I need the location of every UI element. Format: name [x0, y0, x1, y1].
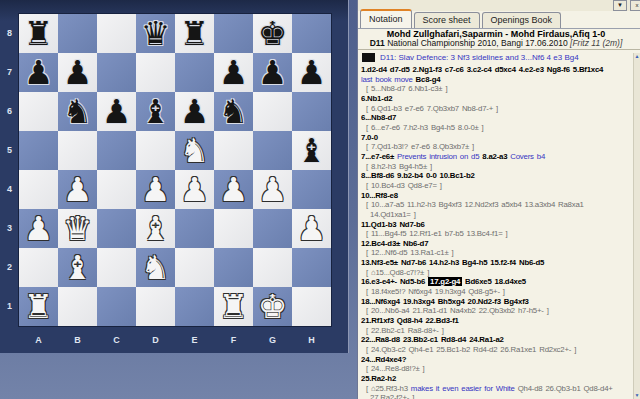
board-panel: ♜♛♜♚♟♟♟♟♟♞♟♝♟♞♞♝♟♟♟♟♟♟♛♝♟♝♞♜♜♚ 87654321 … [0, 0, 357, 399]
square-f2[interactable] [214, 248, 253, 287]
scroll-down-icon[interactable]: ▼ [634, 392, 640, 399]
file-label-e: E [175, 330, 214, 350]
square-c6[interactable]: ♟ [97, 92, 136, 131]
move-text[interactable]: 7.0-0 [361, 133, 378, 142]
move-line[interactable]: 11.Qd1-b3 Nd7-b6 [361, 220, 633, 230]
square-f1[interactable]: ♜ [214, 287, 253, 326]
variation-text[interactable]: [ 24.Qb3-c2 Qh4-e1 25.Bc1-b2 Rd4-d2 26.R… [366, 345, 576, 354]
variation-line[interactable]: [ 7.Qd1-b3!? e7-e6 8.Qb3xb7± ] [361, 142, 633, 152]
square-a4[interactable] [19, 170, 58, 209]
square-d6[interactable]: ♝ [136, 92, 175, 131]
panel-dropdown-button[interactable]: ▼ [613, 0, 627, 11]
rank-label-1: 1 [0, 287, 19, 326]
move-text[interactable]: 11.Qd1-b3 Nd7-b6 [361, 220, 425, 229]
square-d3[interactable]: ♝ [136, 209, 175, 248]
rank-label-8: 8 [0, 14, 19, 53]
variation-line[interactable]: [ 12...Nf6-d5 13.Ra1-c1± ] [361, 248, 633, 258]
square-c4[interactable] [97, 170, 136, 209]
move-line[interactable]: 6.Nb1-d2 [361, 94, 633, 104]
piece-black-bishop[interactable]: ♝ [136, 92, 175, 131]
square-e5[interactable]: ♞ [175, 131, 214, 170]
piece-black-queen[interactable]: ♛ [136, 14, 175, 53]
square-g3[interactable] [253, 209, 292, 248]
piece-black-pawn[interactable]: ♟ [292, 53, 331, 92]
square-b1[interactable] [58, 287, 97, 326]
square-a3[interactable]: ♟ [19, 209, 58, 248]
variation-line[interactable]: [ 22.Bb2-c1 Ra8-d8+- ] [361, 326, 633, 336]
square-d5[interactable] [136, 131, 175, 170]
piece-white-king[interactable]: ♚ [253, 287, 292, 326]
piece-white-pawn[interactable]: ♟ [136, 170, 175, 209]
square-e6[interactable]: ♟ [175, 92, 214, 131]
opening-row: D11: Slav Defence: 3 Nf3 sidelines and 3… [362, 52, 632, 63]
piece-black-bishop[interactable]: ♝ [292, 131, 331, 170]
variation-line[interactable]: [ 18.f4xe5!? Nf6xg4 19.h3xg4 Qd8-g5+- ] [361, 287, 633, 297]
variation-line[interactable]: [ 5...Nb8-d7 6.Nb1-c3± ] [361, 84, 633, 94]
move-line[interactable]: 16.e3-e4+- Nd5-b6 17.g2-g4 Bd6xe5 18.d4x… [361, 277, 633, 287]
annotation-text[interactable]: makes it even easier for White [411, 384, 515, 393]
piece-black-pawn[interactable]: ♟ [253, 53, 292, 92]
move-line[interactable]: 1.d2-d4 d7-d5 2.Ng1-f3 c7-c6 3.c2-c4 d5x… [361, 65, 633, 75]
annotation-text[interactable]: last book move [361, 75, 413, 84]
square-h1[interactable] [292, 287, 331, 326]
notation-text[interactable]: 1.d2-d4 d7-d5 2.Ng1-f3 c7-c6 3.c2-c4 d5x… [361, 65, 633, 399]
square-g4[interactable]: ♟ [253, 170, 292, 209]
piece-black-rook[interactable]: ♜ [175, 14, 214, 53]
square-f5[interactable] [214, 131, 253, 170]
square-e2[interactable] [175, 248, 214, 287]
piece-white-pawn[interactable]: ♟ [58, 170, 97, 209]
square-f7[interactable]: ♟ [214, 53, 253, 92]
square-a6[interactable] [19, 92, 58, 131]
square-a1[interactable]: ♜ [19, 287, 58, 326]
piece-white-pawn[interactable]: ♟ [19, 209, 58, 248]
variation-line[interactable]: [ 10.Bc4-d3 Qd8-e7= ] [361, 181, 633, 191]
engine-info: [Fritz 11 (2m)] [570, 38, 622, 48]
variation-text[interactable]: 14.Qd1xa1= ] [370, 210, 416, 219]
variation-line[interactable]: [ 8.h2-h3 Bg4-h5± ] [361, 162, 633, 172]
square-b5[interactable] [58, 131, 97, 170]
piece-white-pawn[interactable]: ♟ [292, 209, 331, 248]
square-a5[interactable] [19, 131, 58, 170]
header-divider [358, 49, 640, 50]
move-text[interactable]: 13.Nf3-e5± Nd7-b6 14.h2-h3 Bg4-h5 15.f2-… [361, 258, 544, 267]
rank-label-6: 6 [0, 92, 19, 131]
square-c7[interactable] [97, 53, 136, 92]
move-line[interactable]: 24...Rd4xe4? [361, 355, 633, 365]
rank-label-7: 7 [0, 53, 19, 92]
piece-black-knight[interactable]: ♞ [214, 92, 253, 131]
move-text[interactable]: 1.d2-d4 d7-d5 2.Ng1-f3 c7-c6 3.c2-c4 d5x… [361, 65, 603, 74]
current-move-highlight[interactable]: 17.g2-g4 [428, 277, 462, 286]
piece-black-knight[interactable]: ♞ [58, 92, 97, 131]
square-e7[interactable] [175, 53, 214, 92]
file-label-a: A [19, 330, 58, 350]
file-label-h: H [292, 330, 331, 350]
piece-white-rook[interactable]: ♜ [19, 287, 58, 326]
square-b6[interactable]: ♞ [58, 92, 97, 131]
variation-line[interactable]: [ 20...Nb6-a4 21.Ra1-d1 Na4xb2 22.Qb3xb2… [361, 306, 633, 316]
piece-black-rook[interactable]: ♜ [19, 14, 58, 53]
variation-text[interactable]: [ 18.f4xe5!? Nf6xg4 19.h3xg4 Qd8-g5+- ] [366, 287, 505, 296]
variation-line[interactable]: [ 6.Qd1-b3 e7-e6 7.Qb3xb7 Nb8-d7-+ ] [361, 104, 633, 114]
variation-text[interactable]: Qh4-d8 26.Qb3-b1 Qd8-d4+ [515, 384, 613, 393]
move-line[interactable]: 6...Nb8-d7 [361, 113, 633, 123]
variation-text[interactable]: [ 10.Bc4-d3 Qd8-e7= ] [366, 181, 442, 190]
variation-text[interactable]: [ ⌂25.Rf3-h3 [366, 384, 411, 393]
square-h6[interactable] [292, 92, 331, 131]
square-f6[interactable]: ♞ [214, 92, 253, 131]
square-d7[interactable] [136, 53, 175, 92]
square-c3[interactable] [97, 209, 136, 248]
variation-line[interactable]: [ 11...Bg4-f5 12.Rf1-e1 b7-b5 13.Bc4-f1=… [361, 229, 633, 239]
piece-white-bishop[interactable]: ♝ [58, 248, 97, 287]
move-line[interactable]: 7.0-0 [361, 133, 633, 143]
move-line[interactable]: 7...e7-e6± Prevents intrusion on d5 8.a2… [361, 152, 633, 162]
piece-black-pawn[interactable]: ♟ [97, 92, 136, 131]
move-line[interactable]: 25.Ra2-h2 [361, 374, 633, 384]
scroll-up-icon[interactable]: ▲ [634, 53, 640, 60]
square-f4[interactable]: ♟ [214, 170, 253, 209]
square-h5[interactable]: ♝ [292, 131, 331, 170]
file-label-c: C [97, 330, 136, 350]
square-b7[interactable]: ♟ [58, 53, 97, 92]
move-line[interactable]: 21.Rf1xf3 Qd8-h4 22.Bd3-f1 [361, 316, 633, 326]
variation-text[interactable]: [ 20...Nb6-a4 21.Ra1-d1 Na4xb2 22.Qb3xb2… [366, 306, 549, 315]
piece-black-king[interactable]: ♚ [253, 14, 292, 53]
square-c1[interactable] [97, 287, 136, 326]
piece-white-knight[interactable]: ♞ [175, 131, 214, 170]
tab-notation[interactable]: Notation [360, 9, 412, 28]
variation-line[interactable]: [ 24...Re8-d8!?± ] [361, 364, 633, 374]
variation-line[interactable]: [ ⌂25.Rf3-h3 makes it even easier for Wh… [361, 384, 633, 394]
variation-line[interactable]: 27.Ra2-f2+- ] [361, 393, 633, 399]
move-text[interactable]: 10...Rf8-e8 [361, 191, 398, 200]
square-a2[interactable] [19, 248, 58, 287]
move-line[interactable]: 18...Nf6xg4 19.h3xg4 Bh5xg4 20.Nd2-f3 Bg… [361, 297, 633, 307]
move-text[interactable]: 8.a2-a3 [482, 152, 507, 161]
event-line: D11 National Championship 2010, Bangi 17… [360, 39, 632, 48]
move-text[interactable]: 8...Bf8-d6 9.b2-b4 0-0 10.Bc1-b2 [361, 171, 475, 180]
variation-line[interactable]: [ 24.Qb3-c2 Qh4-e1 25.Bc1-b2 Rd4-d2 26.R… [361, 345, 633, 355]
square-a8[interactable]: ♜ [19, 14, 58, 53]
square-e4[interactable]: ♟ [175, 170, 214, 209]
square-c2[interactable] [97, 248, 136, 287]
square-d1[interactable] [136, 287, 175, 326]
piece-white-pawn[interactable]: ♟ [175, 170, 214, 209]
square-f8[interactable] [214, 14, 253, 53]
panel-close-button[interactable]: x [630, 0, 640, 11]
piece-black-pawn[interactable]: ♟ [175, 92, 214, 131]
square-g8[interactable]: ♚ [253, 14, 292, 53]
square-f3[interactable] [214, 209, 253, 248]
file-label-b: B [58, 330, 97, 350]
square-d8[interactable]: ♛ [136, 14, 175, 53]
square-h7[interactable]: ♟ [292, 53, 331, 92]
notation-scrollbar[interactable]: ▲ ▼ [633, 53, 640, 399]
square-e8[interactable]: ♜ [175, 14, 214, 53]
piece-white-rook[interactable]: ♜ [214, 287, 253, 326]
eco-code: D11 [370, 38, 385, 48]
opening-name: D11: Slav Defence: 3 Nf3 sidelines and 3… [380, 53, 579, 62]
square-g6[interactable] [253, 92, 292, 131]
square-c8[interactable] [97, 14, 136, 53]
variation-line[interactable]: [ 6...e7-e6 7.h2-h3 Bg4-h5 8.0-0± ] [361, 123, 633, 133]
variation-text[interactable]: [ 5...Nb8-d7 6.Nb1-c3± ] [366, 84, 447, 93]
move-text[interactable]: 25.Ra2-h2 [361, 374, 396, 383]
square-d4[interactable]: ♟ [136, 170, 175, 209]
move-text[interactable]: 21.Rf1xf3 Qd8-h4 22.Bd3-f1 [361, 316, 459, 325]
square-h3[interactable]: ♟ [292, 209, 331, 248]
variation-line[interactable]: [ 10...a7-a5 11.h2-h3 Bg4xf3 12.Nd2xf3 a… [361, 200, 633, 210]
tab-score-sheet[interactable]: Score sheet [414, 12, 480, 28]
annotation-text[interactable]: Prevents intrusion on d5 [394, 152, 482, 161]
square-b4[interactable]: ♟ [58, 170, 97, 209]
piece-black-pawn[interactable]: ♟ [58, 53, 97, 92]
move-text[interactable]: 6.Nb1-d2 [361, 94, 392, 103]
square-h4[interactable] [292, 170, 331, 209]
square-b2[interactable]: ♝ [58, 248, 97, 287]
board-frame: ♜♛♜♚♟♟♟♟♟♞♟♝♟♞♞♝♟♟♟♟♟♟♛♝♟♝♞♜♜♚ 87654321 … [0, 0, 349, 353]
square-e3[interactable] [175, 209, 214, 248]
variation-line[interactable]: 14.Qd1xa1= ] [361, 210, 633, 220]
move-line[interactable]: 13.Nf3-e5± Nd7-b6 14.h2-h3 Bg4-h5 15.f2-… [361, 258, 633, 268]
variation-line[interactable]: [ ⌂15...Qd8-c7!?± ] [361, 268, 633, 278]
move-text[interactable]: 22...Ra8-d8 23.Bb2-c1 Rd8-d4 24.Ra1-a2 [361, 335, 504, 344]
move-text[interactable]: 6...Nb8-d7 [361, 113, 396, 122]
square-a7[interactable]: ♟ [19, 53, 58, 92]
move-line[interactable]: 22...Ra8-d8 23.Bb2-c1 Rd8-d4 24.Ra1-a2 [361, 335, 633, 345]
move-line[interactable]: 12.Bc4-d3± Nb6-d7 [361, 239, 633, 249]
notation-panel: ▼ x NotationScore sheetOpenings Book Moh… [357, 0, 640, 399]
square-h8[interactable] [292, 14, 331, 53]
piece-white-bishop[interactable]: ♝ [136, 209, 175, 248]
piece-white-knight[interactable]: ♞ [136, 248, 175, 287]
move-text[interactable]: 16.e3-e4+- Nd5-b6 [361, 277, 428, 286]
move-text[interactable]: Bd6xe5 18.d4xe5 [462, 277, 526, 286]
move-line[interactable]: last book move Bc8-g4 [361, 75, 633, 85]
variation-text[interactable]: [ 6...e7-e6 7.h2-h3 Bg4-h5 8.0-0± ] [366, 123, 484, 132]
move-text[interactable]: 18...Nf6xg4 19.h3xg4 Bh5xg4 20.Nd2-f3 Bg… [361, 297, 529, 306]
square-h2[interactable] [292, 248, 331, 287]
variation-text[interactable]: [ 6.Qd1-b3 e7-e6 7.Qb3xb7 Nb8-d7-+ ] [366, 104, 498, 113]
file-label-d: D [136, 330, 175, 350]
variation-text[interactable]: [ 22.Bb2-c1 Ra8-d8+- ] [366, 326, 444, 335]
black-square-icon [362, 53, 375, 62]
file-label-f: F [214, 330, 253, 350]
move-line[interactable]: 10...Rf8-e8 [361, 191, 633, 201]
move-text[interactable]: 12.Bc4-d3± Nb6-d7 [361, 239, 428, 248]
square-g2[interactable] [253, 248, 292, 287]
game-header: Mohd Zullghafari,Saparmin - Mohd Firdaus… [360, 29, 632, 48]
square-g5[interactable] [253, 131, 292, 170]
annotation-text[interactable]: Covers b4 [507, 152, 545, 161]
variation-text[interactable]: [ 10...a7-a5 11.h2-h3 Bg4xf3 12.Nd2xf3 a… [366, 200, 584, 209]
event-name: National Championship 2010, Bangi 17.06.… [385, 38, 570, 48]
variation-text[interactable]: [ 12...Nf6-d5 13.Ra1-c1± ] [366, 248, 453, 257]
piece-black-pawn[interactable]: ♟ [19, 53, 58, 92]
rank-label-3: 3 [0, 209, 19, 248]
variation-text[interactable]: [ ⌂15...Qd8-c7!?± ] [366, 268, 429, 277]
rank-label-5: 5 [0, 131, 19, 170]
square-e1[interactable] [175, 287, 214, 326]
rank-label-4: 4 [0, 170, 19, 209]
square-g7[interactable]: ♟ [253, 53, 292, 92]
tab-bar: NotationScore sheetOpenings Book [360, 11, 640, 28]
square-b3[interactable]: ♛ [58, 209, 97, 248]
rank-label-2: 2 [0, 248, 19, 287]
file-label-g: G [253, 330, 292, 350]
square-d2[interactable]: ♞ [136, 248, 175, 287]
move-line[interactable]: 8...Bf8-d6 9.b2-b4 0-0 10.Bc1-b2 [361, 171, 633, 181]
chess-board[interactable]: ♜♛♜♚♟♟♟♟♟♞♟♝♟♞♞♝♟♟♟♟♟♟♛♝♟♝♞♜♜♚ [19, 14, 331, 326]
variation-text[interactable]: [ 8.h2-h3 Bg4-h5± ] [366, 162, 432, 171]
variation-text[interactable]: 27.Ra2-f2+- ] [370, 393, 414, 399]
variation-text[interactable]: [ 24...Re8-d8!?± ] [366, 364, 425, 373]
move-text[interactable]: 7...e7-e6± [361, 152, 394, 161]
square-g1[interactable]: ♚ [253, 287, 292, 326]
move-text[interactable]: Bc8-g4 [413, 75, 441, 84]
tab-openings-book[interactable]: Openings Book [482, 12, 562, 28]
piece-black-pawn[interactable]: ♟ [214, 53, 253, 92]
piece-white-pawn[interactable]: ♟ [214, 170, 253, 209]
variation-text[interactable]: [ 11...Bg4-f5 12.Rf1-e1 b7-b5 13.Bc4-f1=… [366, 229, 507, 238]
chess-gui-window: ♜♛♜♚♟♟♟♟♟♞♟♝♟♞♞♝♟♟♟♟♟♟♛♝♟♝♞♜♜♚ 87654321 … [0, 0, 640, 399]
variation-text[interactable]: [ 7.Qd1-b3!? e7-e6 8.Qb3xb7± ] [366, 142, 474, 151]
square-b8[interactable] [58, 14, 97, 53]
piece-white-queen[interactable]: ♛ [58, 209, 97, 248]
square-c5[interactable] [97, 131, 136, 170]
move-text[interactable]: 24...Rd4xe4? [361, 355, 406, 364]
piece-white-pawn[interactable]: ♟ [253, 170, 292, 209]
